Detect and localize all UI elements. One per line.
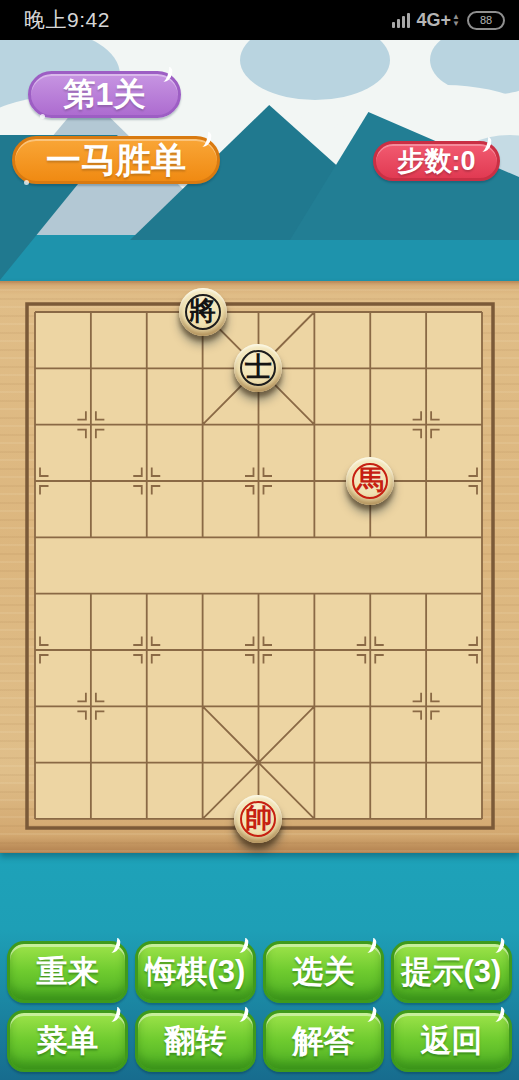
piece-red-horse[interactable]: 馬 <box>346 457 394 505</box>
piece-black-general[interactable]: 將 <box>179 288 227 336</box>
sparkle-icon <box>196 130 212 149</box>
battery-icon: 88 <box>467 11 505 30</box>
puzzle-badge: 一马胜单 <box>12 136 220 184</box>
piece-glyph: 士 <box>234 344 282 392</box>
piece-glyph: 馬 <box>346 457 394 505</box>
flip-button[interactable]: 翻转 <box>135 1010 256 1072</box>
piece-glyph: 將 <box>179 288 227 336</box>
sparkle-icon <box>157 65 173 84</box>
data-arrows-icon: ▲▼ <box>452 13 460 27</box>
puzzle-badge-label: 一马胜单 <box>46 137 186 184</box>
undo-button[interactable]: 悔棋(3) <box>135 941 256 1003</box>
sparkle-icon <box>233 1005 249 1024</box>
sparkle-icon <box>361 1005 377 1024</box>
clock-label: 晚上9:42 <box>24 6 110 34</box>
sparkle-icon <box>233 936 249 955</box>
sparkle-icon <box>105 1005 121 1024</box>
app-screen: 晚上9:42 4G+ ▲▼ 88 第1关 一马胜单 步数:0 <box>0 0 519 1080</box>
solution-button[interactable]: 解答 <box>263 1010 384 1072</box>
sparkle-icon <box>489 936 505 955</box>
sparkle-icon <box>489 1005 505 1024</box>
menu-button[interactable]: 菜单 <box>7 1010 128 1072</box>
level-select-button[interactable]: 选关 <box>263 941 384 1003</box>
level-badge: 第1关 <box>28 71 181 118</box>
network-label: 4G+ ▲▼ <box>417 10 460 31</box>
sparkle-icon <box>476 135 492 154</box>
piece-glyph: 帥 <box>234 795 282 843</box>
status-bar: 晚上9:42 4G+ ▲▼ 88 <box>0 0 519 40</box>
piece-red-general[interactable]: 帥 <box>234 795 282 843</box>
sparkle-icon <box>361 936 377 955</box>
sparkle-dot <box>40 114 45 119</box>
restart-button[interactable]: 重来 <box>7 941 128 1003</box>
steps-badge: 步数:0 <box>373 141 500 181</box>
steps-badge-label: 步数:0 <box>397 143 475 179</box>
signal-icon <box>392 12 410 28</box>
sparkle-dot <box>24 180 29 185</box>
xiangqi-board[interactable]: 將士馬帥 <box>0 281 519 853</box>
back-button[interactable]: 返回 <box>391 1010 512 1072</box>
piece-black-advisor[interactable]: 士 <box>234 344 282 392</box>
level-badge-label: 第1关 <box>64 73 146 117</box>
hint-button[interactable]: 提示(3) <box>391 941 512 1003</box>
battery-level: 88 <box>480 14 492 26</box>
sparkle-icon <box>105 936 121 955</box>
pieces-grid: 將士馬帥 <box>7 284 510 847</box>
